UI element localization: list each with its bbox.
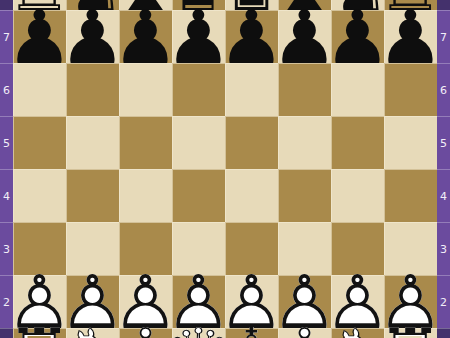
black-bishop-piece: ♝ (119, 0, 172, 10)
square-d4[interactable] (172, 169, 225, 222)
square-e4[interactable] (225, 169, 278, 222)
white-queen-piece: ♛♕ (172, 328, 225, 338)
square-h6[interactable] (384, 63, 437, 116)
square-d1[interactable]: ♛♕ (172, 328, 225, 338)
square-b3[interactable] (66, 222, 119, 275)
square-b7[interactable]: ♟ (66, 10, 119, 63)
piece-glyph: ♚ (225, 328, 278, 338)
piece-glyph: ♛ (172, 328, 225, 338)
rank-label-2-left: 2 (3, 297, 10, 308)
rank-rail-segment-1-right (437, 328, 450, 338)
piece-glyph: ♟ (66, 275, 119, 328)
square-h8[interactable]: ♜ (384, 0, 437, 10)
square-f6[interactable] (278, 63, 331, 116)
rank-rail-segment-3-left: 3 (0, 222, 13, 275)
piece-glyph: ♟ (66, 10, 119, 63)
square-c7[interactable]: ♟ (119, 10, 172, 63)
piece-glyph: ♚ (225, 0, 278, 10)
piece-glyph: ♝ (278, 328, 331, 338)
rank-label-4-right: 4 (440, 191, 447, 202)
black-queen-piece: ♛ (172, 0, 225, 10)
white-rook-piece: ♜♖ (13, 328, 66, 338)
piece-glyph: ♟ (13, 10, 66, 63)
rank-rail-segment-8-left (0, 0, 13, 10)
piece-glyph: ♞ (66, 0, 119, 10)
white-pawn-piece: ♟♙ (331, 275, 384, 328)
piece-outline-glyph: ♗ (278, 328, 331, 338)
piece-outline-glyph: ♘ (66, 328, 119, 338)
square-e8[interactable]: ♚ (225, 0, 278, 10)
square-h7[interactable]: ♟ (384, 10, 437, 63)
rank-rail-segment-7-left: 7 (0, 10, 13, 63)
square-d2[interactable]: ♟♙ (172, 275, 225, 328)
square-g8[interactable]: ♞ (331, 0, 384, 10)
square-a3[interactable] (13, 222, 66, 275)
black-knight-piece: ♞ (66, 0, 119, 10)
square-f5[interactable] (278, 116, 331, 169)
square-d8[interactable]: ♛ (172, 0, 225, 10)
piece-glyph: ♟ (13, 275, 66, 328)
square-a7[interactable]: ♟ (13, 10, 66, 63)
piece-glyph: ♝ (119, 328, 172, 338)
white-rook-piece: ♜♖ (384, 328, 437, 338)
square-d3[interactable] (172, 222, 225, 275)
rank-rail-left: 765432 (0, 0, 13, 338)
white-pawn-piece: ♟♙ (119, 275, 172, 328)
square-g6[interactable] (331, 63, 384, 116)
white-pawn-piece: ♟♙ (66, 275, 119, 328)
white-pawn-piece: ♟♙ (278, 275, 331, 328)
square-a5[interactable] (13, 116, 66, 169)
black-pawn-piece: ♟ (66, 10, 119, 63)
rank-label-5-left: 5 (3, 138, 10, 149)
black-bishop-piece: ♝ (278, 0, 331, 10)
square-a8[interactable]: ♜ (13, 0, 66, 10)
black-king-piece: ♚ (225, 0, 278, 10)
square-e2[interactable]: ♟♙ (225, 275, 278, 328)
black-pawn-piece: ♟ (278, 10, 331, 63)
rank-rail-right: 765432 (437, 0, 450, 338)
rank-rail-segment-6-right: 6 (437, 63, 450, 116)
rank-label-3-right: 3 (440, 244, 447, 255)
piece-glyph: ♞ (331, 328, 384, 338)
square-f3[interactable] (278, 222, 331, 275)
piece-outline-glyph: ♙ (225, 275, 278, 328)
black-knight-piece: ♞ (331, 0, 384, 10)
square-e1[interactable]: ♚♔ (225, 328, 278, 338)
white-knight-piece: ♞♘ (331, 328, 384, 338)
square-h5[interactable] (384, 116, 437, 169)
square-g5[interactable] (331, 116, 384, 169)
rank-rail-segment-4-left: 4 (0, 169, 13, 222)
rank-rail-segment-7-right: 7 (437, 10, 450, 63)
square-a1[interactable]: ♜♖ (13, 328, 66, 338)
square-f7[interactable]: ♟ (278, 10, 331, 63)
piece-outline-glyph: ♙ (172, 275, 225, 328)
square-a2[interactable]: ♟♙ (13, 275, 66, 328)
piece-outline-glyph: ♙ (278, 275, 331, 328)
black-pawn-piece: ♟ (172, 10, 225, 63)
piece-outline-glyph: ♘ (331, 328, 384, 338)
square-f4[interactable] (278, 169, 331, 222)
piece-glyph: ♟ (278, 275, 331, 328)
piece-glyph: ♟ (119, 10, 172, 63)
square-h4[interactable] (384, 169, 437, 222)
black-pawn-piece: ♟ (225, 10, 278, 63)
square-a4[interactable] (13, 169, 66, 222)
white-bishop-piece: ♝♗ (278, 328, 331, 338)
black-rook-piece: ♜ (384, 0, 437, 10)
piece-glyph: ♟ (172, 10, 225, 63)
rank-rail-segment-1-left (0, 328, 13, 338)
piece-glyph: ♟ (119, 275, 172, 328)
piece-glyph: ♞ (331, 0, 384, 10)
piece-outline-glyph: ♙ (384, 275, 437, 328)
white-king-piece: ♚♔ (225, 328, 278, 338)
white-pawn-piece: ♟♙ (384, 275, 437, 328)
black-pawn-piece: ♟ (331, 10, 384, 63)
chess-board: ♜♞♝♛♚♝♞♜♟♟♟♟♟♟♟♟♟♙♟♙♟♙♟♙♟♙♟♙♟♙♟♙♜♖♞♘♝♗♛♕… (13, 0, 437, 338)
piece-glyph: ♟ (225, 10, 278, 63)
piece-glyph: ♟ (331, 10, 384, 63)
piece-outline-glyph: ♙ (13, 275, 66, 328)
square-b4[interactable] (66, 169, 119, 222)
piece-outline-glyph: ♗ (119, 328, 172, 338)
square-g3[interactable] (331, 222, 384, 275)
piece-glyph: ♜ (384, 328, 437, 338)
rank-rail-segment-3-right: 3 (437, 222, 450, 275)
square-g4[interactable] (331, 169, 384, 222)
piece-glyph: ♟ (384, 275, 437, 328)
piece-outline-glyph: ♖ (13, 328, 66, 338)
square-b2[interactable]: ♟♙ (66, 275, 119, 328)
piece-glyph: ♛ (172, 0, 225, 10)
piece-outline-glyph: ♔ (225, 328, 278, 338)
square-b8[interactable]: ♞ (66, 0, 119, 10)
rank-label-5-right: 5 (440, 138, 447, 149)
rank-label-7-left: 7 (3, 32, 10, 43)
white-bishop-piece: ♝♗ (119, 328, 172, 338)
black-pawn-piece: ♟ (13, 10, 66, 63)
square-a6[interactable] (13, 63, 66, 116)
rank-rail-segment-4-right: 4 (437, 169, 450, 222)
square-h2[interactable]: ♟♙ (384, 275, 437, 328)
square-c4[interactable] (119, 169, 172, 222)
square-d5[interactable] (172, 116, 225, 169)
square-b6[interactable] (66, 63, 119, 116)
square-c1[interactable]: ♝♗ (119, 328, 172, 338)
piece-glyph: ♟ (225, 275, 278, 328)
piece-outline-glyph: ♙ (66, 275, 119, 328)
piece-glyph: ♜ (13, 0, 66, 10)
square-h1[interactable]: ♜♖ (384, 328, 437, 338)
rank-label-7-right: 7 (440, 32, 447, 43)
square-e6[interactable] (225, 63, 278, 116)
square-f2[interactable]: ♟♙ (278, 275, 331, 328)
piece-glyph: ♟ (384, 10, 437, 63)
rank-label-2-right: 2 (440, 297, 447, 308)
piece-glyph: ♝ (278, 0, 331, 10)
white-knight-piece: ♞♘ (66, 328, 119, 338)
piece-glyph: ♜ (13, 328, 66, 338)
square-c5[interactable] (119, 116, 172, 169)
piece-glyph: ♟ (172, 275, 225, 328)
square-d7[interactable]: ♟ (172, 10, 225, 63)
square-f1[interactable]: ♝♗ (278, 328, 331, 338)
square-c2[interactable]: ♟♙ (119, 275, 172, 328)
rank-rail-segment-8-right (437, 0, 450, 10)
rank-rail-segment-6-left: 6 (0, 63, 13, 116)
rank-label-4-left: 4 (3, 191, 10, 202)
piece-glyph: ♟ (278, 10, 331, 63)
piece-glyph: ♞ (66, 328, 119, 338)
rank-rail-segment-2-right: 2 (437, 275, 450, 328)
white-pawn-piece: ♟♙ (225, 275, 278, 328)
square-h3[interactable] (384, 222, 437, 275)
square-e7[interactable]: ♟ (225, 10, 278, 63)
square-b5[interactable] (66, 116, 119, 169)
square-e5[interactable] (225, 116, 278, 169)
chess-board-viewport: 765432 ♜♞♝♛♚♝♞♜♟♟♟♟♟♟♟♟♟♙♟♙♟♙♟♙♟♙♟♙♟♙♟♙♜… (0, 0, 450, 338)
square-d6[interactable] (172, 63, 225, 116)
white-pawn-piece: ♟♙ (172, 275, 225, 328)
square-b1[interactable]: ♞♘ (66, 328, 119, 338)
rank-rail-segment-5-left: 5 (0, 116, 13, 169)
piece-glyph: ♟ (331, 275, 384, 328)
piece-glyph: ♜ (384, 0, 437, 10)
piece-glyph: ♝ (119, 0, 172, 10)
square-c6[interactable] (119, 63, 172, 116)
rank-rail-segment-2-left: 2 (0, 275, 13, 328)
square-e3[interactable] (225, 222, 278, 275)
piece-outline-glyph: ♙ (331, 275, 384, 328)
black-rook-piece: ♜ (13, 0, 66, 10)
piece-outline-glyph: ♕ (172, 328, 225, 338)
rank-rail-segment-5-right: 5 (437, 116, 450, 169)
piece-outline-glyph: ♙ (119, 275, 172, 328)
piece-outline-glyph: ♖ (384, 328, 437, 338)
white-pawn-piece: ♟♙ (13, 275, 66, 328)
square-g2[interactable]: ♟♙ (331, 275, 384, 328)
rank-label-3-left: 3 (3, 244, 10, 255)
rank-label-6-right: 6 (440, 85, 447, 96)
square-g7[interactable]: ♟ (331, 10, 384, 63)
rank-label-6-left: 6 (3, 85, 10, 96)
square-c8[interactable]: ♝ (119, 0, 172, 10)
black-pawn-piece: ♟ (384, 10, 437, 63)
square-g1[interactable]: ♞♘ (331, 328, 384, 338)
black-pawn-piece: ♟ (119, 10, 172, 63)
square-c3[interactable] (119, 222, 172, 275)
square-f8[interactable]: ♝ (278, 0, 331, 10)
